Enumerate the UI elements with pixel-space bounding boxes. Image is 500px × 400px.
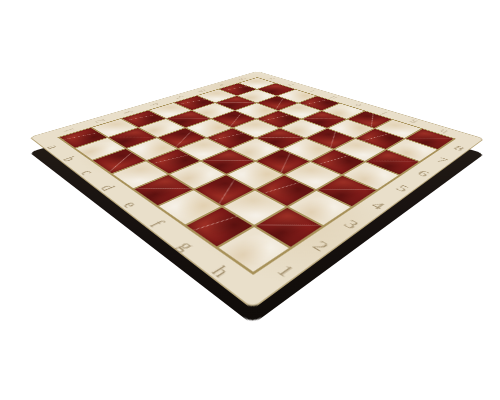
rank-label-4-near: 4	[369, 200, 388, 211]
rank-label-5-near: 5	[393, 184, 411, 194]
rank-label-7-near: 7	[434, 156, 450, 164]
file-label-b-near: b	[60, 155, 79, 163]
file-label-c-far: c	[306, 89, 317, 93]
file-label-d-far: d	[328, 96, 340, 100]
file-label-a-near: a	[45, 143, 63, 150]
file-label-h-near: h	[208, 262, 234, 279]
file-label-g-far: g	[407, 119, 419, 124]
file-label-a-far: a	[267, 77, 277, 80]
file-label-f-near: f	[146, 218, 168, 229]
file-label-b-far: b	[285, 83, 296, 87]
file-label-e-far: e	[353, 103, 364, 107]
rank-label-3-near: 3	[341, 218, 362, 231]
file-label-f-far: f	[379, 111, 389, 115]
rank-label-6-near: 6	[415, 169, 432, 178]
product-image-canvas: aa11bb22cc33dd44ee55ff66gg77hh88	[0, 0, 500, 400]
rank-label-8-near: 8	[452, 145, 467, 152]
rank-label-1-near: 1	[273, 263, 298, 280]
file-label-h-far: h	[438, 128, 451, 134]
rank-label-2-near: 2	[309, 239, 332, 254]
board-grid	[60, 78, 453, 272]
file-label-e-near: e	[120, 199, 142, 210]
file-label-d-near: d	[98, 182, 119, 192]
file-label-c-near: c	[78, 168, 98, 177]
file-label-g-near: g	[175, 238, 200, 253]
